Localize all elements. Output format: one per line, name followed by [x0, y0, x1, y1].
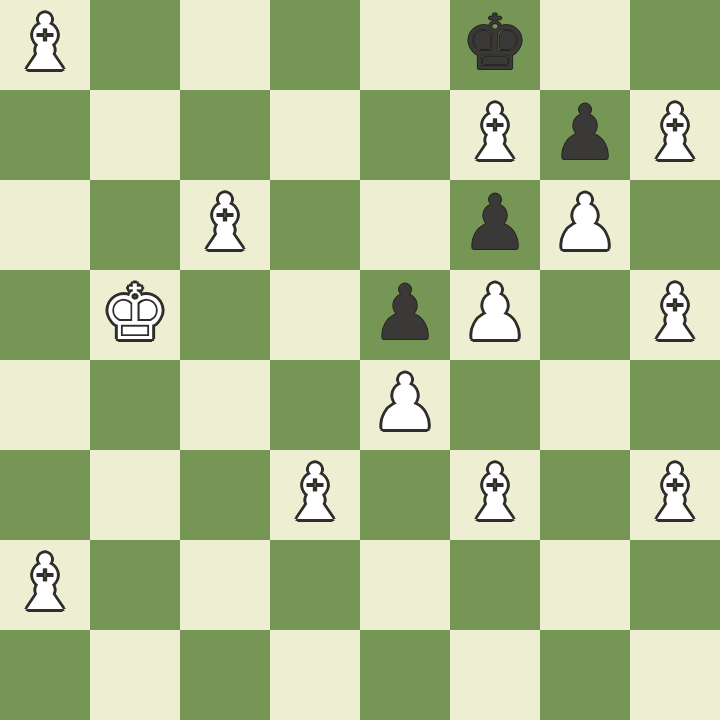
- white-pawn[interactable]: ♟: [371, 365, 439, 441]
- square-a4[interactable]: [0, 360, 90, 450]
- square-f4[interactable]: [450, 360, 540, 450]
- chess-board: ♝♚♝♟♝♝♟♟♚♟♟♝♟♝♝♝♝: [0, 0, 720, 720]
- white-bishop[interactable]: ♝: [11, 545, 79, 621]
- square-f5[interactable]: ♟: [450, 270, 540, 360]
- square-h1[interactable]: [630, 630, 720, 720]
- black-pawn[interactable]: ♟: [371, 275, 439, 351]
- square-c5[interactable]: [180, 270, 270, 360]
- square-g7[interactable]: ♟: [540, 90, 630, 180]
- white-bishop[interactable]: ♝: [461, 455, 529, 531]
- square-d1[interactable]: [270, 630, 360, 720]
- black-pawn[interactable]: ♟: [551, 95, 619, 171]
- square-e1[interactable]: [360, 630, 450, 720]
- square-a7[interactable]: [0, 90, 90, 180]
- square-g6[interactable]: ♟: [540, 180, 630, 270]
- square-e4[interactable]: ♟: [360, 360, 450, 450]
- square-c3[interactable]: [180, 450, 270, 540]
- square-f6[interactable]: ♟: [450, 180, 540, 270]
- square-e3[interactable]: [360, 450, 450, 540]
- square-b5[interactable]: ♚: [90, 270, 180, 360]
- square-f1[interactable]: [450, 630, 540, 720]
- square-f3[interactable]: ♝: [450, 450, 540, 540]
- square-g8[interactable]: [540, 0, 630, 90]
- square-c6[interactable]: ♝: [180, 180, 270, 270]
- square-g2[interactable]: [540, 540, 630, 630]
- square-d5[interactable]: [270, 270, 360, 360]
- square-h4[interactable]: [630, 360, 720, 450]
- square-h3[interactable]: ♝: [630, 450, 720, 540]
- square-c4[interactable]: [180, 360, 270, 450]
- square-e7[interactable]: [360, 90, 450, 180]
- square-h6[interactable]: [630, 180, 720, 270]
- white-bishop[interactable]: ♝: [11, 5, 79, 81]
- square-b3[interactable]: [90, 450, 180, 540]
- square-g1[interactable]: [540, 630, 630, 720]
- square-d7[interactable]: [270, 90, 360, 180]
- square-d6[interactable]: [270, 180, 360, 270]
- square-h8[interactable]: [630, 0, 720, 90]
- square-e5[interactable]: ♟: [360, 270, 450, 360]
- square-f8[interactable]: ♚: [450, 0, 540, 90]
- white-pawn[interactable]: ♟: [551, 185, 619, 261]
- square-a5[interactable]: [0, 270, 90, 360]
- square-a1[interactable]: [0, 630, 90, 720]
- white-bishop[interactable]: ♝: [191, 185, 259, 261]
- square-c8[interactable]: [180, 0, 270, 90]
- square-e6[interactable]: [360, 180, 450, 270]
- square-g5[interactable]: [540, 270, 630, 360]
- white-bishop[interactable]: ♝: [641, 275, 709, 351]
- square-e2[interactable]: [360, 540, 450, 630]
- square-h5[interactable]: ♝: [630, 270, 720, 360]
- square-g4[interactable]: [540, 360, 630, 450]
- square-c2[interactable]: [180, 540, 270, 630]
- white-king[interactable]: ♚: [101, 275, 169, 351]
- white-bishop[interactable]: ♝: [281, 455, 349, 531]
- white-pawn[interactable]: ♟: [461, 275, 529, 351]
- white-bishop[interactable]: ♝: [641, 455, 709, 531]
- square-g3[interactable]: [540, 450, 630, 540]
- square-h2[interactable]: [630, 540, 720, 630]
- square-d2[interactable]: [270, 540, 360, 630]
- square-f7[interactable]: ♝: [450, 90, 540, 180]
- square-a8[interactable]: ♝: [0, 0, 90, 90]
- square-e8[interactable]: [360, 0, 450, 90]
- square-c1[interactable]: [180, 630, 270, 720]
- square-d8[interactable]: [270, 0, 360, 90]
- square-d3[interactable]: ♝: [270, 450, 360, 540]
- square-a6[interactable]: [0, 180, 90, 270]
- square-d4[interactable]: [270, 360, 360, 450]
- square-b1[interactable]: [90, 630, 180, 720]
- black-pawn[interactable]: ♟: [461, 185, 529, 261]
- square-b6[interactable]: [90, 180, 180, 270]
- black-king[interactable]: ♚: [461, 5, 529, 81]
- square-b8[interactable]: [90, 0, 180, 90]
- square-a2[interactable]: ♝: [0, 540, 90, 630]
- square-b2[interactable]: [90, 540, 180, 630]
- square-h7[interactable]: ♝: [630, 90, 720, 180]
- square-f2[interactable]: [450, 540, 540, 630]
- square-a3[interactable]: [0, 450, 90, 540]
- square-c7[interactable]: [180, 90, 270, 180]
- square-b7[interactable]: [90, 90, 180, 180]
- white-bishop[interactable]: ♝: [461, 95, 529, 171]
- white-bishop[interactable]: ♝: [641, 95, 709, 171]
- square-b4[interactable]: [90, 360, 180, 450]
